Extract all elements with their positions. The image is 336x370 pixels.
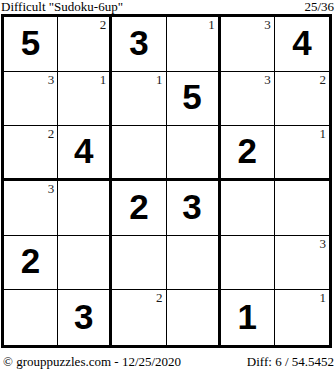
sudoku-board: 5231343115322421323233211: [1, 14, 332, 348]
cell-r1c6[interactable]: 4: [275, 17, 329, 72]
cell-r1c1[interactable]: 5: [4, 17, 58, 72]
cell-r4c5[interactable]: [221, 181, 275, 236]
cell-r2c3[interactable]: 1: [112, 72, 166, 127]
given-digit: 3: [112, 17, 165, 71]
pencil-mark: 2: [100, 17, 107, 32]
cell-r3c6[interactable]: 1: [275, 126, 329, 181]
cell-r6c1[interactable]: [4, 290, 58, 345]
pencil-mark: 1: [156, 72, 163, 87]
pencil-mark: 3: [48, 72, 55, 87]
cell-r4c3[interactable]: 2: [112, 181, 166, 236]
cell-r2c6[interactable]: 2: [275, 72, 329, 127]
pencil-mark: 2: [48, 126, 55, 141]
pencil-mark: 1: [208, 17, 215, 32]
footer-difficulty: Diff: 6 / 54.5452: [247, 355, 334, 369]
cell-r6c2[interactable]: 3: [58, 290, 112, 345]
cell-r3c2[interactable]: 4: [58, 126, 112, 181]
cell-r4c4[interactable]: 3: [167, 181, 221, 236]
given-digit: 2: [112, 181, 165, 235]
pencil-mark: 3: [264, 17, 271, 32]
given-digit: 4: [58, 126, 109, 178]
cell-r6c4[interactable]: [167, 290, 221, 345]
cell-r5c6[interactable]: 3: [275, 236, 329, 291]
footer: © grouppuzzles.com - 12/25/2020 Diff: 6 …: [0, 352, 336, 369]
given-digit: 1: [221, 290, 274, 345]
cell-r3c4[interactable]: [167, 126, 221, 181]
given-digit: 2: [4, 236, 57, 290]
cell-r3c5[interactable]: 2: [221, 126, 275, 181]
pencil-mark: 1: [100, 72, 107, 87]
cell-r4c2[interactable]: [58, 181, 112, 236]
cell-r1c2[interactable]: 2: [58, 17, 112, 72]
cell-r6c6[interactable]: 1: [275, 290, 329, 345]
pencil-mark: 1: [320, 290, 327, 305]
pencil-mark: 3: [320, 236, 327, 251]
pencil-mark: 3: [48, 181, 55, 196]
cell-r1c5[interactable]: 3: [221, 17, 275, 72]
pencil-mark: 2: [156, 290, 163, 305]
cell-r2c4[interactable]: 5: [167, 72, 221, 127]
cell-r4c1[interactable]: 3: [4, 181, 58, 236]
cell-r3c1[interactable]: 2: [4, 126, 58, 181]
cell-r6c3[interactable]: 2: [112, 290, 166, 345]
given-digit: 3: [167, 181, 218, 235]
cell-r2c1[interactable]: 3: [4, 72, 58, 127]
pencil-mark: 2: [320, 72, 327, 87]
cell-r3c3[interactable]: [112, 126, 166, 181]
cell-r5c2[interactable]: [58, 236, 112, 291]
cell-r5c3[interactable]: [112, 236, 166, 291]
cell-r5c5[interactable]: [221, 236, 275, 291]
cell-r2c2[interactable]: 1: [58, 72, 112, 127]
pencil-mark: 3: [264, 72, 271, 87]
given-digit: 5: [4, 17, 57, 71]
cell-r5c4[interactable]: [167, 236, 221, 291]
cell-r6c5[interactable]: 1: [221, 290, 275, 345]
cell-r5c1[interactable]: 2: [4, 236, 58, 291]
header: Difficult "Sudoku-6up" 25/36: [0, 0, 336, 14]
puzzle-counter: 25/36: [304, 0, 334, 13]
given-digit: 5: [167, 72, 218, 126]
pencil-mark: 1: [320, 126, 327, 141]
cell-r2c5[interactable]: 3: [221, 72, 275, 127]
given-digit: 3: [58, 290, 109, 345]
page-title: Difficult "Sudoku-6up": [1, 0, 123, 13]
cell-r4c6[interactable]: [275, 181, 329, 236]
given-digit: 4: [275, 17, 329, 71]
cell-r1c4[interactable]: 1: [167, 17, 221, 72]
given-digit: 2: [221, 126, 274, 178]
sudoku-6up-page: Difficult "Sudoku-6up" 25/36 52313431153…: [0, 0, 336, 370]
footer-copyright: © grouppuzzles.com - 12/25/2020: [3, 355, 181, 369]
cell-r1c3[interactable]: 3: [112, 17, 166, 72]
